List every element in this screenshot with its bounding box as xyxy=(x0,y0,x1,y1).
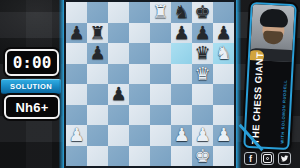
square-b4 xyxy=(87,84,108,105)
timer-value: 0:00 xyxy=(13,53,52,72)
square-c6 xyxy=(108,43,129,64)
square-g5: ♛ xyxy=(192,64,213,85)
white-pawn-f2: ♟ xyxy=(173,126,189,144)
square-e7 xyxy=(150,23,171,44)
square-c4: ♟ xyxy=(108,84,129,105)
host-beanie xyxy=(260,8,289,27)
square-b8 xyxy=(87,2,108,23)
square-f3 xyxy=(171,105,192,126)
solution-move: Nh6+ xyxy=(16,100,49,115)
square-g8: ♚ xyxy=(192,2,213,23)
square-a1 xyxy=(66,146,87,167)
square-e8: ♜ xyxy=(150,2,171,23)
instagram-glyph xyxy=(263,154,272,163)
square-a8 xyxy=(66,2,87,23)
square-d4 xyxy=(129,84,150,105)
solution-move-box: Nh6+ xyxy=(4,95,60,119)
square-e3 xyxy=(150,105,171,126)
square-b5 xyxy=(87,64,108,85)
square-b1 xyxy=(87,146,108,167)
square-h2: ♟ xyxy=(213,125,234,146)
square-f1 xyxy=(171,146,192,167)
channel-name: THE CHESS GIANT xyxy=(249,62,264,144)
square-c3 xyxy=(108,105,129,126)
square-f2: ♟ xyxy=(171,125,192,146)
square-a2: ♟ xyxy=(66,125,87,146)
white-pawn-h2: ♟ xyxy=(215,126,231,144)
social-links: f xyxy=(244,152,291,165)
square-d7 xyxy=(129,23,150,44)
facebook-icon[interactable]: f xyxy=(244,152,257,165)
square-f6 xyxy=(171,43,192,64)
square-h6: ♞ xyxy=(213,43,234,64)
square-g4 xyxy=(192,84,213,105)
square-g6: ♛ xyxy=(192,43,213,64)
square-a3 xyxy=(66,105,87,126)
black-rook-b7: ♜ xyxy=(89,24,105,42)
square-b7: ♜ xyxy=(87,23,108,44)
white-rook-e8: ♜ xyxy=(152,3,168,21)
black-pawn-b6: ♟ xyxy=(89,44,105,62)
twitter-icon[interactable] xyxy=(278,152,291,165)
square-h1 xyxy=(213,146,234,167)
facebook-glyph: f xyxy=(249,154,252,164)
square-h5 xyxy=(213,64,234,85)
instagram-icon[interactable] xyxy=(261,152,274,165)
solution-banner: SOLUTION xyxy=(1,79,61,94)
video-frame: 0:00 SOLUTION Nh6+ ♜♞♚♟♜♟♟♟♟♛♞♛♟♟♟♟♟♚ TH… xyxy=(0,0,300,168)
square-a7: ♟ xyxy=(66,23,87,44)
square-d8 xyxy=(129,2,150,23)
black-queen-g6: ♛ xyxy=(194,44,210,62)
square-e2 xyxy=(150,125,171,146)
square-c5 xyxy=(108,64,129,85)
black-pawn-f7: ♟ xyxy=(173,24,189,42)
black-pawn-a7: ♟ xyxy=(68,24,84,42)
square-d6 xyxy=(129,43,150,64)
square-a6 xyxy=(66,43,87,64)
twitter-bird-glyph xyxy=(280,154,289,163)
square-f5 xyxy=(171,64,192,85)
white-queen-g5: ♛ xyxy=(194,65,210,83)
black-pawn-c4: ♟ xyxy=(110,85,126,103)
square-e4 xyxy=(150,84,171,105)
square-f4 xyxy=(171,84,192,105)
square-f7: ♟ xyxy=(171,23,192,44)
square-b6: ♟ xyxy=(87,43,108,64)
square-d2 xyxy=(129,125,150,146)
square-d1 xyxy=(129,146,150,167)
host-beard xyxy=(263,31,284,45)
square-h4 xyxy=(213,84,234,105)
square-a4 xyxy=(66,84,87,105)
square-d5 xyxy=(129,64,150,85)
square-a5 xyxy=(66,64,87,85)
square-b2 xyxy=(87,125,108,146)
square-c1 xyxy=(108,146,129,167)
square-g1: ♚ xyxy=(192,146,213,167)
white-knight-h6: ♞ xyxy=(215,44,231,62)
black-knight-f8: ♞ xyxy=(173,3,189,21)
square-g3 xyxy=(192,105,213,126)
square-d3 xyxy=(129,105,150,126)
square-h7: ♟ xyxy=(213,23,234,44)
black-pawn-h7: ♟ xyxy=(215,24,231,42)
channel-tagline: WITH SOLOMON RUDDELL xyxy=(279,66,288,144)
brand-text-zone: THE CHESS GIANT WITH SOLOMON RUDDELL xyxy=(245,60,291,148)
channel-brand-card: THE CHESS GIANT WITH SOLOMON RUDDELL xyxy=(243,2,297,150)
square-e6 xyxy=(150,43,171,64)
black-pawn-g7: ♟ xyxy=(194,24,210,42)
black-king-g8: ♚ xyxy=(194,3,210,21)
white-king-g1: ♚ xyxy=(194,147,210,165)
square-h8 xyxy=(213,2,234,23)
square-e5 xyxy=(150,64,171,85)
square-c7 xyxy=(108,23,129,44)
square-h3 xyxy=(213,105,234,126)
square-c2 xyxy=(108,125,129,146)
white-pawn-g2: ♟ xyxy=(194,126,210,144)
chess-board-frame: ♜♞♚♟♜♟♟♟♟♛♞♛♟♟♟♟♟♚ xyxy=(64,0,236,168)
solution-label: SOLUTION xyxy=(10,82,52,91)
white-pawn-a2: ♟ xyxy=(68,126,84,144)
square-f8: ♞ xyxy=(171,2,192,23)
square-g2: ♟ xyxy=(192,125,213,146)
board-right-glow xyxy=(236,0,241,168)
countdown-timer: 0:00 xyxy=(5,49,59,76)
square-e1 xyxy=(150,146,171,167)
square-g7: ♟ xyxy=(192,23,213,44)
chess-board: ♜♞♚♟♜♟♟♟♟♛♞♛♟♟♟♟♟♚ xyxy=(66,2,234,166)
square-c8 xyxy=(108,2,129,23)
square-b3 xyxy=(87,105,108,126)
